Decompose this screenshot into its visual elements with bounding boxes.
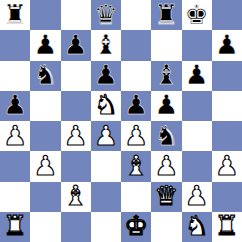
- square-f7[interactable]: [151, 30, 181, 60]
- square-h7[interactable]: ♟: [212, 30, 242, 60]
- square-c1[interactable]: [61, 212, 91, 242]
- square-e3[interactable]: ♝: [121, 151, 151, 181]
- black-pawn[interactable]: ♟: [3, 91, 27, 118]
- square-h8[interactable]: [212, 0, 242, 30]
- black-pawn[interactable]: ♟: [94, 61, 118, 88]
- square-g1[interactable]: ♞: [182, 212, 212, 242]
- square-d8[interactable]: ♛: [91, 0, 121, 30]
- white-bishop[interactable]: ♝: [64, 182, 88, 209]
- square-b4[interactable]: [30, 121, 60, 151]
- black-knight[interactable]: ♞: [33, 61, 57, 88]
- square-a6[interactable]: [0, 61, 30, 91]
- square-c6[interactable]: [61, 61, 91, 91]
- white-pawn[interactable]: ♟: [215, 152, 239, 179]
- square-e1[interactable]: ♚: [121, 212, 151, 242]
- square-g8[interactable]: ♚: [182, 0, 212, 30]
- square-d1[interactable]: [91, 212, 121, 242]
- white-bishop[interactable]: ♝: [124, 152, 148, 179]
- square-e5[interactable]: ♟: [121, 91, 151, 121]
- black-pawn[interactable]: ♟: [33, 31, 57, 58]
- black-king[interactable]: ♚: [185, 1, 209, 28]
- square-d3[interactable]: [91, 151, 121, 181]
- square-f4[interactable]: ♞: [151, 121, 181, 151]
- white-queen[interactable]: ♛: [154, 182, 178, 209]
- square-d5[interactable]: ♞: [91, 91, 121, 121]
- square-e8[interactable]: [121, 0, 151, 30]
- square-b3[interactable]: ♟: [30, 151, 60, 181]
- square-b2[interactable]: [30, 182, 60, 212]
- square-h3[interactable]: ♟: [212, 151, 242, 181]
- square-a2[interactable]: [0, 182, 30, 212]
- white-pawn[interactable]: ♟: [124, 122, 148, 149]
- white-pawn[interactable]: ♟: [154, 152, 178, 179]
- square-b6[interactable]: ♞: [30, 61, 60, 91]
- white-knight[interactable]: ♞: [94, 91, 118, 118]
- square-f5[interactable]: ♟: [151, 91, 181, 121]
- square-g6[interactable]: ♟: [182, 61, 212, 91]
- square-d2[interactable]: [91, 182, 121, 212]
- square-b7[interactable]: ♟: [30, 30, 60, 60]
- square-f1[interactable]: [151, 212, 181, 242]
- square-g4[interactable]: [182, 121, 212, 151]
- black-queen[interactable]: ♛: [94, 1, 118, 28]
- black-knight[interactable]: ♞: [154, 122, 178, 149]
- square-c2[interactable]: ♝: [61, 182, 91, 212]
- square-f3[interactable]: ♟: [151, 151, 181, 181]
- square-f2[interactable]: ♛: [151, 182, 181, 212]
- square-g3[interactable]: [182, 151, 212, 181]
- square-h4[interactable]: [212, 121, 242, 151]
- square-g5[interactable]: [182, 91, 212, 121]
- square-c4[interactable]: ♟: [61, 121, 91, 151]
- white-pawn[interactable]: ♟: [33, 152, 57, 179]
- square-d6[interactable]: ♟: [91, 61, 121, 91]
- white-knight[interactable]: ♞: [185, 212, 209, 239]
- square-g2[interactable]: ♟: [182, 182, 212, 212]
- square-a3[interactable]: [0, 151, 30, 181]
- black-rook[interactable]: ♜: [154, 1, 178, 28]
- black-pawn[interactable]: ♟: [64, 31, 88, 58]
- black-bishop[interactable]: ♝: [94, 31, 118, 58]
- square-e4[interactable]: ♟: [121, 121, 151, 151]
- square-f8[interactable]: ♜: [151, 0, 181, 30]
- square-a8[interactable]: ♜: [0, 0, 30, 30]
- square-c5[interactable]: [61, 91, 91, 121]
- square-f6[interactable]: ♝: [151, 61, 181, 91]
- square-b5[interactable]: [30, 91, 60, 121]
- square-c3[interactable]: [61, 151, 91, 181]
- square-e2[interactable]: [121, 182, 151, 212]
- square-h1[interactable]: ♜: [212, 212, 242, 242]
- square-h6[interactable]: [212, 61, 242, 91]
- square-b8[interactable]: [30, 0, 60, 30]
- black-pawn[interactable]: ♟: [185, 61, 209, 88]
- square-h2[interactable]: [212, 182, 242, 212]
- white-rook[interactable]: ♜: [215, 212, 239, 239]
- black-pawn[interactable]: ♟: [154, 91, 178, 118]
- square-d7[interactable]: ♝: [91, 30, 121, 60]
- square-a5[interactable]: ♟: [0, 91, 30, 121]
- black-pawn[interactable]: ♟: [215, 31, 239, 58]
- white-pawn[interactable]: ♟: [64, 122, 88, 149]
- square-a4[interactable]: ♟: [0, 121, 30, 151]
- square-e6[interactable]: [121, 61, 151, 91]
- white-pawn[interactable]: ♟: [94, 122, 118, 149]
- white-pawn[interactable]: ♟: [185, 182, 209, 209]
- square-b1[interactable]: [30, 212, 60, 242]
- chess-board: ♜♛♜♚♟♟♝♟♞♟♝♟♟♞♟♟♟♟♟♟♞♟♝♟♟♝♛♟♜♚♞♜: [0, 0, 242, 242]
- square-c7[interactable]: ♟: [61, 30, 91, 60]
- square-g7[interactable]: [182, 30, 212, 60]
- square-c8[interactable]: [61, 0, 91, 30]
- white-pawn[interactable]: ♟: [3, 122, 27, 149]
- white-rook[interactable]: ♜: [3, 212, 27, 239]
- square-d4[interactable]: ♟: [91, 121, 121, 151]
- square-e7[interactable]: [121, 30, 151, 60]
- black-pawn[interactable]: ♟: [124, 91, 148, 118]
- black-rook[interactable]: ♜: [3, 1, 27, 28]
- black-bishop[interactable]: ♝: [154, 61, 178, 88]
- square-a1[interactable]: ♜: [0, 212, 30, 242]
- white-king[interactable]: ♚: [124, 212, 148, 239]
- square-a7[interactable]: [0, 30, 30, 60]
- square-h5[interactable]: [212, 91, 242, 121]
